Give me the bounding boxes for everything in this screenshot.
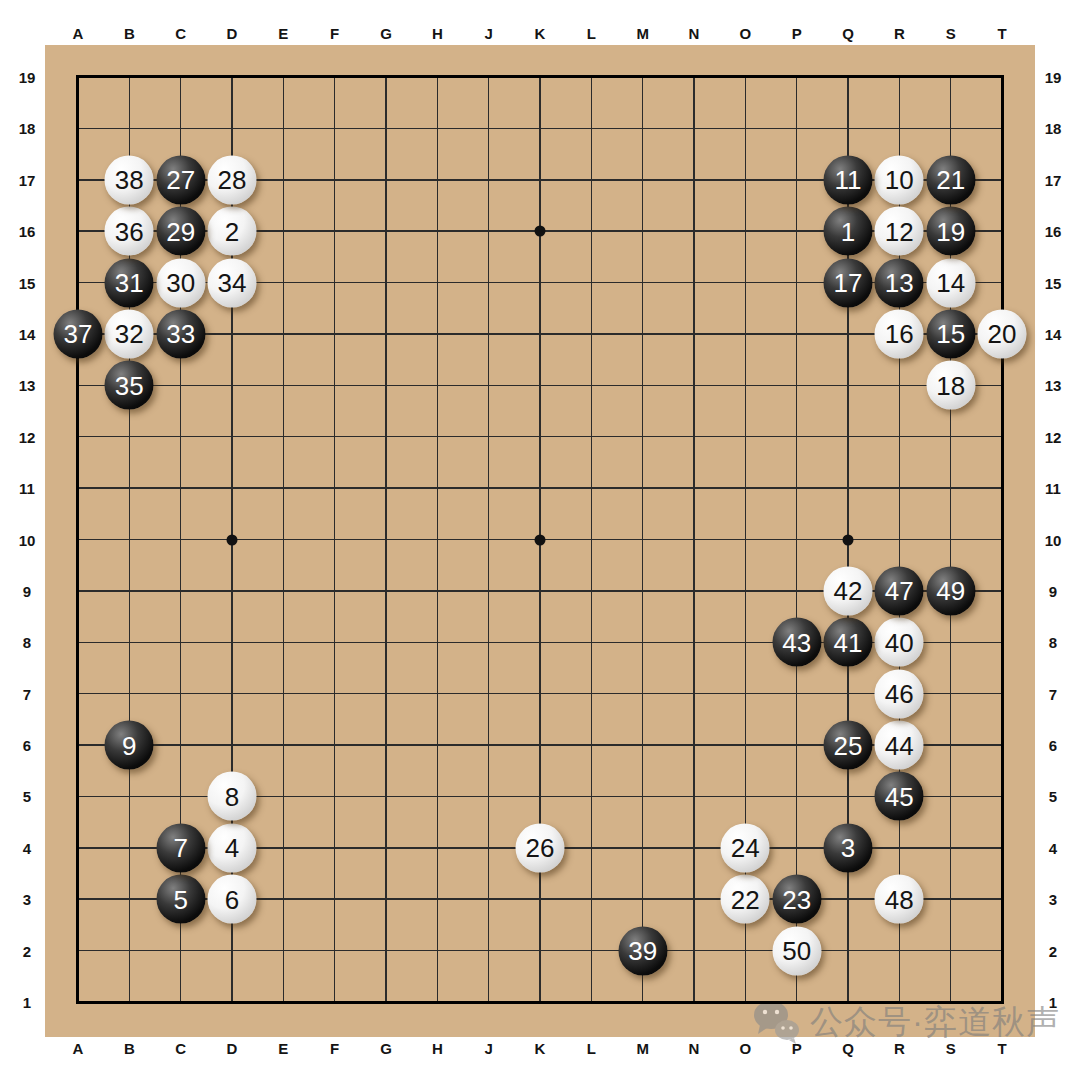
coord-label-right-11: 11 — [1045, 480, 1061, 497]
coord-label-bottom-K: K — [535, 1040, 546, 1057]
stone-white-B16[interactable]: 36 — [105, 207, 154, 256]
coord-label-right-3: 3 — [1049, 891, 1057, 908]
coord-label-top-R: R — [894, 25, 905, 42]
stone-white-B17[interactable]: 38 — [105, 155, 154, 204]
coord-label-bottom-N: N — [689, 1040, 700, 1057]
stone-white-B14[interactable]: 32 — [105, 309, 154, 358]
coord-label-right-1: 1 — [1049, 994, 1057, 1011]
stone-black-Q6[interactable]: 25 — [824, 721, 873, 770]
coord-label-left-10: 10 — [19, 531, 36, 548]
stone-white-C15[interactable]: 30 — [156, 258, 205, 307]
coord-label-right-10: 10 — [1045, 531, 1062, 548]
coord-label-top-P: P — [792, 25, 802, 42]
stone-black-Q16[interactable]: 1 — [824, 207, 873, 256]
coord-label-bottom-C: C — [175, 1040, 186, 1057]
stone-white-R16[interactable]: 12 — [875, 207, 924, 256]
stone-black-M2[interactable]: 39 — [618, 926, 667, 975]
coord-label-top-M: M — [636, 25, 649, 42]
coord-label-right-19: 19 — [1045, 69, 1062, 86]
coord-label-right-17: 17 — [1045, 171, 1062, 188]
star-point-K16 — [535, 226, 546, 237]
stone-black-C3[interactable]: 5 — [156, 875, 205, 924]
stone-white-D17[interactable]: 28 — [208, 155, 257, 204]
coord-label-left-8: 8 — [23, 634, 31, 651]
coord-label-right-16: 16 — [1045, 223, 1062, 240]
stone-white-R8[interactable]: 40 — [875, 618, 924, 667]
stone-black-A14[interactable]: 37 — [54, 309, 103, 358]
coord-label-top-A: A — [73, 25, 84, 42]
coord-label-top-G: G — [380, 25, 392, 42]
watermark-text: 公众号·弈道秋声 — [810, 1000, 1060, 1045]
coord-label-bottom-G: G — [380, 1040, 392, 1057]
coord-label-bottom-P: P — [792, 1040, 802, 1057]
stone-black-Q17[interactable]: 11 — [824, 155, 873, 204]
coord-label-left-18: 18 — [19, 120, 36, 137]
coord-label-right-6: 6 — [1049, 737, 1057, 754]
coord-label-bottom-R: R — [894, 1040, 905, 1057]
stone-white-D4[interactable]: 4 — [208, 823, 257, 872]
coord-label-bottom-T: T — [997, 1040, 1006, 1057]
coord-label-bottom-J: J — [484, 1040, 492, 1057]
coord-label-bottom-E: E — [278, 1040, 288, 1057]
stone-white-D16[interactable]: 2 — [208, 207, 257, 256]
stone-white-D3[interactable]: 6 — [208, 875, 257, 924]
stone-black-P3[interactable]: 23 — [772, 875, 821, 924]
stone-black-R15[interactable]: 13 — [875, 258, 924, 307]
coord-label-top-E: E — [278, 25, 288, 42]
coord-label-top-O: O — [739, 25, 751, 42]
star-point-K10 — [535, 534, 546, 545]
coord-label-bottom-M: M — [636, 1040, 649, 1057]
coord-label-left-16: 16 — [19, 223, 36, 240]
stone-black-S9[interactable]: 49 — [926, 566, 975, 615]
coord-label-top-K: K — [535, 25, 546, 42]
stone-white-D15[interactable]: 34 — [208, 258, 257, 307]
star-point-Q10 — [843, 534, 854, 545]
coord-label-left-19: 19 — [19, 69, 36, 86]
stone-black-B13[interactable]: 35 — [105, 361, 154, 410]
coord-label-top-J: J — [484, 25, 492, 42]
coord-label-left-14: 14 — [19, 325, 36, 342]
coord-label-bottom-O: O — [739, 1040, 751, 1057]
coord-label-left-13: 13 — [19, 377, 36, 394]
stone-white-R6[interactable]: 44 — [875, 721, 924, 770]
coord-label-right-8: 8 — [1049, 634, 1057, 651]
stone-white-R14[interactable]: 16 — [875, 309, 924, 358]
coord-label-left-17: 17 — [19, 171, 36, 188]
coord-label-top-F: F — [330, 25, 339, 42]
stone-white-T14[interactable]: 20 — [978, 309, 1027, 358]
coord-label-left-11: 11 — [19, 480, 35, 497]
stone-black-S16[interactable]: 19 — [926, 207, 975, 256]
coord-label-left-12: 12 — [19, 428, 36, 445]
coord-label-left-7: 7 — [23, 685, 31, 702]
stone-black-B15[interactable]: 31 — [105, 258, 154, 307]
coord-label-bottom-F: F — [330, 1040, 339, 1057]
coord-label-top-Q: Q — [842, 25, 854, 42]
coord-label-bottom-D: D — [227, 1040, 238, 1057]
coord-label-top-D: D — [227, 25, 238, 42]
coord-label-bottom-L: L — [587, 1040, 596, 1057]
coord-label-right-7: 7 — [1049, 685, 1057, 702]
coord-label-bottom-A: A — [73, 1040, 84, 1057]
stone-black-C14[interactable]: 33 — [156, 309, 205, 358]
coord-label-right-18: 18 — [1045, 120, 1062, 137]
stone-black-S17[interactable]: 21 — [926, 155, 975, 204]
stone-white-P2[interactable]: 50 — [772, 926, 821, 975]
stone-white-R7[interactable]: 46 — [875, 669, 924, 718]
stone-black-Q15[interactable]: 17 — [824, 258, 873, 307]
coord-label-left-4: 4 — [23, 839, 31, 856]
coord-label-left-1: 1 — [23, 994, 31, 1011]
stone-black-C17[interactable]: 27 — [156, 155, 205, 204]
coord-label-bottom-B: B — [124, 1040, 135, 1057]
coord-label-left-3: 3 — [23, 891, 31, 908]
stone-white-K4[interactable]: 26 — [516, 823, 565, 872]
coord-label-top-N: N — [689, 25, 700, 42]
stone-white-S13[interactable]: 18 — [926, 361, 975, 410]
coord-label-left-2: 2 — [23, 942, 31, 959]
coord-label-right-12: 12 — [1045, 428, 1062, 445]
stone-black-Q8[interactable]: 41 — [824, 618, 873, 667]
stone-black-R9[interactable]: 47 — [875, 566, 924, 615]
coord-label-right-2: 2 — [1049, 942, 1057, 959]
coord-label-top-S: S — [946, 25, 956, 42]
stone-black-S14[interactable]: 15 — [926, 309, 975, 358]
coord-label-top-C: C — [175, 25, 186, 42]
coord-label-right-14: 14 — [1045, 325, 1062, 342]
stone-black-C4[interactable]: 7 — [156, 823, 205, 872]
coord-label-right-4: 4 — [1049, 839, 1057, 856]
coord-label-top-H: H — [432, 25, 443, 42]
coord-label-top-T: T — [997, 25, 1006, 42]
coord-label-left-15: 15 — [19, 274, 36, 291]
stone-black-P8[interactable]: 43 — [772, 618, 821, 667]
stone-black-C16[interactable]: 29 — [156, 207, 205, 256]
coord-label-bottom-H: H — [432, 1040, 443, 1057]
coord-label-bottom-Q: Q — [842, 1040, 854, 1057]
stone-white-Q9[interactable]: 42 — [824, 566, 873, 615]
coord-label-top-B: B — [124, 25, 135, 42]
stone-white-O4[interactable]: 24 — [721, 823, 770, 872]
coord-label-bottom-S: S — [946, 1040, 956, 1057]
coord-label-left-9: 9 — [23, 582, 31, 599]
page: 公众号·弈道秋声 AABBCCDDEEFFGGHHJJKKLLMMNNOOPPQ… — [0, 0, 1080, 1080]
coord-label-right-13: 13 — [1045, 377, 1062, 394]
coord-label-left-5: 5 — [23, 788, 31, 805]
stone-white-R3[interactable]: 48 — [875, 875, 924, 924]
coord-label-right-5: 5 — [1049, 788, 1057, 805]
coord-label-top-L: L — [587, 25, 596, 42]
stone-white-R17[interactable]: 10 — [875, 155, 924, 204]
coord-label-left-6: 6 — [23, 737, 31, 754]
stone-black-B6[interactable]: 9 — [105, 721, 154, 770]
stone-black-Q4[interactable]: 3 — [824, 823, 873, 872]
stone-black-R5[interactable]: 45 — [875, 772, 924, 821]
star-point-D10 — [227, 534, 238, 545]
stone-white-S15[interactable]: 14 — [926, 258, 975, 307]
coord-label-right-9: 9 — [1049, 582, 1057, 599]
stone-white-O3[interactable]: 22 — [721, 875, 770, 924]
coord-label-right-15: 15 — [1045, 274, 1062, 291]
stone-white-D5[interactable]: 8 — [208, 772, 257, 821]
